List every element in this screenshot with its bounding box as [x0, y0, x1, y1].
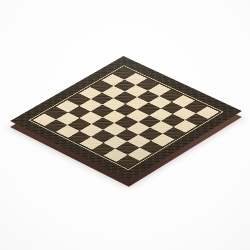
product-photo-canvas — [0, 0, 250, 250]
chess-board — [10, 56, 242, 181]
